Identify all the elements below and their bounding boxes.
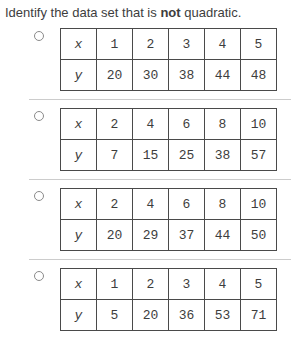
y-value-cell: 29 bbox=[133, 220, 169, 251]
question-prefix: Identify the data set that is bbox=[5, 5, 160, 20]
x-value-cell: 2 bbox=[133, 29, 169, 60]
x-value-cell: 2 bbox=[97, 109, 133, 140]
x-value-cell: 4 bbox=[133, 189, 169, 220]
y-row-header: y bbox=[61, 300, 97, 331]
y-value-cell: 30 bbox=[133, 60, 169, 91]
x-row: x 1 2 3 4 5 bbox=[61, 29, 277, 60]
x-value-cell: 3 bbox=[169, 269, 205, 300]
x-value-cell: 2 bbox=[97, 189, 133, 220]
x-value-cell: 5 bbox=[241, 269, 277, 300]
x-value-cell: 6 bbox=[169, 109, 205, 140]
x-value-cell: 6 bbox=[169, 189, 205, 220]
question-text: Identify the data set that is not quadra… bbox=[0, 0, 291, 20]
answer-option-2: x 2 4 6 8 10 y 7 15 25 38 57 bbox=[29, 99, 291, 179]
y-row-header: y bbox=[61, 60, 97, 91]
question-suffix: quadratic. bbox=[181, 5, 242, 20]
radio-button-1[interactable] bbox=[34, 31, 44, 41]
data-table-3: x 2 4 6 8 10 y 20 29 37 44 50 bbox=[60, 188, 277, 251]
y-value-cell: 15 bbox=[133, 140, 169, 171]
y-value-cell: 71 bbox=[241, 300, 277, 331]
x-value-cell: 1 bbox=[97, 269, 133, 300]
x-row-header: x bbox=[61, 109, 97, 140]
answer-option-4: x 1 2 3 4 5 y 5 20 36 53 71 bbox=[29, 259, 291, 339]
answer-option-3: x 2 4 6 8 10 y 20 29 37 44 50 bbox=[29, 179, 291, 259]
data-table-1: x 1 2 3 4 5 y 20 30 38 44 48 bbox=[60, 28, 277, 91]
y-value-cell: 38 bbox=[169, 60, 205, 91]
y-value-cell: 44 bbox=[205, 60, 241, 91]
x-value-cell: 10 bbox=[241, 109, 277, 140]
y-value-cell: 36 bbox=[169, 300, 205, 331]
y-value-cell: 53 bbox=[205, 300, 241, 331]
answer-option-1: x 1 2 3 4 5 y 20 30 38 44 48 bbox=[29, 20, 291, 99]
x-row-header: x bbox=[61, 29, 97, 60]
x-value-cell: 8 bbox=[205, 189, 241, 220]
y-value-cell: 38 bbox=[205, 140, 241, 171]
y-value-cell: 48 bbox=[241, 60, 277, 91]
y-value-cell: 20 bbox=[97, 60, 133, 91]
x-row: x 2 4 6 8 10 bbox=[61, 189, 277, 220]
y-value-cell: 5 bbox=[97, 300, 133, 331]
data-table-2: x 2 4 6 8 10 y 7 15 25 38 57 bbox=[60, 108, 277, 171]
y-row: y 20 30 38 44 48 bbox=[61, 60, 277, 91]
y-row: y 7 15 25 38 57 bbox=[61, 140, 277, 171]
x-value-cell: 1 bbox=[97, 29, 133, 60]
x-row: x 1 2 3 4 5 bbox=[61, 269, 277, 300]
y-row: y 20 29 37 44 50 bbox=[61, 220, 277, 251]
x-value-cell: 10 bbox=[241, 189, 277, 220]
data-table-4: x 1 2 3 4 5 y 5 20 36 53 71 bbox=[60, 268, 277, 331]
y-value-cell: 25 bbox=[169, 140, 205, 171]
y-value-cell: 20 bbox=[133, 300, 169, 331]
x-value-cell: 5 bbox=[241, 29, 277, 60]
radio-button-2[interactable] bbox=[34, 111, 44, 121]
question-bold-word: not bbox=[160, 5, 180, 20]
y-row-header: y bbox=[61, 140, 97, 171]
x-value-cell: 4 bbox=[205, 29, 241, 60]
x-row-header: x bbox=[61, 189, 97, 220]
x-value-cell: 4 bbox=[205, 269, 241, 300]
y-value-cell: 7 bbox=[97, 140, 133, 171]
x-row: x 2 4 6 8 10 bbox=[61, 109, 277, 140]
y-value-cell: 20 bbox=[97, 220, 133, 251]
x-value-cell: 2 bbox=[133, 269, 169, 300]
radio-button-3[interactable] bbox=[34, 191, 44, 201]
x-value-cell: 8 bbox=[205, 109, 241, 140]
x-value-cell: 3 bbox=[169, 29, 205, 60]
answer-options: x 1 2 3 4 5 y 20 30 38 44 48 x 2 4 bbox=[29, 20, 291, 339]
y-value-cell: 50 bbox=[241, 220, 277, 251]
y-row-header: y bbox=[61, 220, 97, 251]
y-value-cell: 37 bbox=[169, 220, 205, 251]
y-value-cell: 44 bbox=[205, 220, 241, 251]
y-row: y 5 20 36 53 71 bbox=[61, 300, 277, 331]
y-value-cell: 57 bbox=[241, 140, 277, 171]
x-value-cell: 4 bbox=[133, 109, 169, 140]
x-row-header: x bbox=[61, 269, 97, 300]
radio-button-4[interactable] bbox=[34, 271, 44, 281]
